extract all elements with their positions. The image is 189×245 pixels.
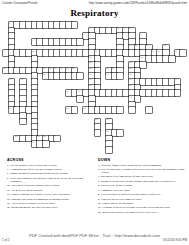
clue-number: 42: [89, 78, 91, 81]
clue-number: 2: [89, 27, 90, 30]
clue-number: 44: [175, 78, 177, 81]
clue-item-number: 3: [7, 168, 8, 171]
clue-number: 48: [78, 90, 80, 93]
clue-number: 41: [20, 78, 22, 81]
clue-number: 20: [89, 56, 91, 59]
clue-number: 57: [38, 135, 40, 138]
date-stamp: 6/1/2010 8:05 PM: [163, 238, 187, 242]
clue-number: 47: [66, 90, 68, 93]
clue-item: 16 Mucous membrane that lines the nasal …: [7, 206, 94, 209]
clue-item: 10 Location of respiratory control cente…: [7, 184, 94, 187]
puzzle-title: Respiratory: [0, 8, 189, 18]
clue-number: 12: [146, 44, 148, 47]
clue-number: 58: [43, 135, 45, 138]
clue-number: 17: [152, 50, 154, 53]
clue-item-number: 7: [98, 189, 99, 192]
clue-item-number: 15: [7, 202, 10, 205]
clue-item-number: 13: [7, 193, 10, 196]
clue-item-number: 3: [98, 175, 99, 178]
clue-number: 28: [55, 67, 57, 70]
clue-number: 5: [129, 27, 130, 30]
clue-number: 54: [106, 118, 108, 121]
down-heading: DOWN: [98, 158, 186, 162]
clue-number: 34: [112, 67, 114, 70]
clue-item-number: 4: [98, 180, 99, 183]
clue-number: 23: [129, 61, 131, 64]
print-header-title: Custom Crossword Puzzle: [2, 1, 37, 5]
print-header-url: http://www.variety-games.com/CW/Puzzles/…: [89, 1, 187, 5]
clue-number: 27: [49, 67, 51, 70]
clue-number: 15: [32, 50, 34, 53]
clue-number: 18: [158, 50, 160, 53]
clue-item-number: 18: [98, 211, 101, 214]
clue-item: 1 Substance formed when carbon dioxide b…: [98, 164, 186, 167]
print-header: Custom Crossword Puzzle http://www.varie…: [2, 1, 187, 5]
page-number: 1 of 2: [2, 238, 10, 242]
clue-number: 35: [129, 67, 131, 70]
clue-number: 1: [9, 22, 10, 25]
clue-item-number: 1: [7, 164, 8, 167]
clue-item: 7 Commonly called the throat: [98, 189, 186, 192]
clue-item-number: 12: [98, 202, 101, 205]
clue-item: 3 A compound that affects the gas exchan…: [7, 168, 94, 171]
clue-number: 37: [89, 73, 91, 76]
clue-number: 9: [32, 39, 33, 42]
clue-number: 26: [43, 67, 45, 70]
clue-item: 13 Primary bronchus that is more vertica…: [7, 193, 94, 196]
clue-item-number: 5: [7, 177, 8, 180]
clue-number: 45: [89, 84, 91, 87]
clue-number: 24: [135, 61, 137, 64]
clue-number: 46: [129, 84, 131, 87]
clue-item-number: 9: [98, 198, 99, 201]
clue-item: 9 Lung that has the least number of lobe…: [98, 198, 186, 201]
clue-item: 1 Gas that normally drives respiration, …: [7, 164, 94, 167]
clue-item: 15 Ability of gas to dissolve in a given…: [7, 202, 94, 205]
clue-number: 7: [118, 33, 119, 36]
clue-number: 59: [32, 141, 34, 144]
clue-item: 12 Primary muscle of inspiration: [98, 202, 186, 205]
clue-number: 19: [175, 50, 177, 53]
clue-item-number: 16: [7, 206, 10, 209]
clue-number: 55: [106, 130, 108, 133]
clue-item: 8 Type of hypoxia in which circulating b…: [98, 193, 186, 196]
clue-number: 40: [9, 78, 11, 81]
clue-item-number: 4: [7, 172, 8, 175]
clue-number: 39: [129, 73, 131, 76]
clue-number: 52: [83, 107, 85, 110]
clue-number: 33: [106, 67, 108, 70]
clue-item: 5 Vessel that transports deoxygenated bl…: [7, 177, 94, 183]
clue-item: 4 Volume of breath taken during a normal…: [98, 180, 186, 183]
clue-item: 11 The medical term for windpipe: [7, 189, 94, 192]
crossword-grid-wrap: 1234567891011121314151617181920212223242…: [3, 22, 186, 153]
down-clues: DOWN 1 Substance formed when carbon diox…: [98, 158, 186, 215]
clue-number: 25: [3, 67, 5, 70]
clue-number: 14: [3, 50, 5, 53]
crossword-grid: 1234567891011121314151617181920212223242…: [3, 22, 186, 153]
clue-number: 53: [95, 118, 97, 121]
across-clues: ACROSS 1 Gas that normally drives respir…: [7, 158, 94, 211]
clue-number: 22: [89, 61, 91, 64]
clue-item-number: 11: [7, 189, 9, 192]
clue-number: 8: [141, 33, 142, 36]
clue-item-number: 6: [98, 184, 99, 187]
clue-number: 13: [163, 44, 165, 47]
clue-number: 3: [118, 27, 119, 30]
clue-item-number: 15: [98, 206, 101, 209]
grid-blank: [180, 147, 186, 153]
clue-number: 21: [141, 56, 143, 59]
clue-item-number: 14: [7, 198, 10, 201]
clue-item-number: 10: [7, 184, 10, 187]
clue-number: 16: [95, 50, 97, 53]
clue-number: 43: [129, 78, 131, 81]
clue-item: 14 Substance that binds to hemoglobin to…: [7, 198, 94, 201]
clue-number: 49: [129, 96, 131, 99]
across-list: 1 Gas that normally drives respiration, …: [7, 164, 94, 210]
clue-item-number: 2: [98, 168, 99, 171]
clue-item-number: 8: [98, 193, 99, 196]
clue-number: 6: [83, 33, 84, 36]
across-heading: ACROSS: [7, 158, 94, 162]
clue-item: 6 Increased rate of gas exchange: [98, 184, 186, 187]
clue-item: 3 Movement of air from outside of body i…: [98, 175, 186, 178]
clue-number: 50: [9, 107, 11, 110]
clue-number: 10: [129, 44, 131, 47]
clue-number: 11: [135, 44, 137, 47]
clue-item: 18 Muscles that increase the diameter of…: [98, 211, 186, 214]
deskpdf-watermark: PDF Created with deskPDF PDF Writer - Tr…: [0, 233, 189, 238]
clue-number: 32: [89, 67, 91, 70]
clue-item-number: 1: [98, 164, 99, 167]
clue-number: 36: [43, 73, 45, 76]
clue-item: 15 Exchange of gas between blood in syst…: [98, 206, 186, 209]
clue-number: 4: [123, 27, 124, 30]
down-list: 1 Substance formed when carbon dioxide b…: [98, 164, 186, 214]
clue-item: 2 Type of respiration; exchange of gas b…: [98, 168, 186, 174]
clue-number: 56: [15, 135, 17, 138]
clue-number: 29: [60, 67, 62, 70]
clue-number: 51: [66, 107, 68, 110]
clue-number: 38: [106, 73, 108, 76]
clue-item: 4 Primary method of transporting carbon …: [7, 172, 94, 175]
clue-number: 30: [66, 67, 68, 70]
clue-number: 31: [72, 67, 74, 70]
